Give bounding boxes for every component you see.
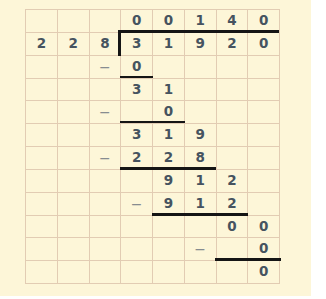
grid-cell-r5c6 <box>185 101 217 124</box>
grid-cell-r7c2 <box>58 147 90 170</box>
grid-cell-r6c8 <box>248 124 280 147</box>
grid-cell-r4c8 <box>248 79 280 102</box>
grid-cell-r6c3 <box>90 124 122 147</box>
grid-cell-r4c2 <box>58 79 90 102</box>
grid-cell-r10c5 <box>153 216 185 239</box>
grid-cell-r2c2: 2 <box>58 33 90 56</box>
grid-cell-r7c8 <box>248 147 280 170</box>
grid-cell-r12c7 <box>217 261 249 284</box>
grid-cell-r5c1 <box>26 101 58 124</box>
grid-cell-r12c4 <box>121 261 153 284</box>
grid-cell-r3c3: − <box>90 56 122 79</box>
division-grid: 0014022831920−031−0319−228912−91200−00 <box>25 9 280 284</box>
grid-cell-r4c3 <box>90 79 122 102</box>
grid-cell-r3c2 <box>58 56 90 79</box>
grid-cell-r8c2 <box>58 170 90 193</box>
grid-cell-r2c4: 3 <box>121 33 153 56</box>
grid-cell-r2c1: 2 <box>26 33 58 56</box>
grid-cell-r10c2 <box>58 216 90 239</box>
grid-cell-r3c5 <box>153 56 185 79</box>
grid-cell-r5c7 <box>217 101 249 124</box>
grid-cell-r11c4 <box>121 238 153 261</box>
division-bracket-vertical-line <box>118 30 121 56</box>
grid-cell-r9c3 <box>90 193 122 216</box>
grid-cell-r2c3: 8 <box>90 33 122 56</box>
grid-cell-r8c4 <box>121 170 153 193</box>
grid-cell-r11c6: − <box>185 238 217 261</box>
grid-cell-r8c3 <box>90 170 122 193</box>
grid-cell-r11c3 <box>90 238 122 261</box>
grid-cell-r2c8: 0 <box>248 33 280 56</box>
grid-cell-r9c1 <box>26 193 58 216</box>
grid-cell-r12c2 <box>58 261 90 284</box>
grid-cell-r11c5 <box>153 238 185 261</box>
grid-cell-r12c1 <box>26 261 58 284</box>
subtraction-underline-step3 <box>120 167 216 170</box>
grid-cell-r3c1 <box>26 56 58 79</box>
grid-cell-r10c3 <box>90 216 122 239</box>
grid-cell-r4c4: 3 <box>121 79 153 102</box>
grid-cell-r6c2 <box>58 124 90 147</box>
grid-cell-r2c7: 2 <box>217 33 249 56</box>
grid-cell-r3c8 <box>248 56 280 79</box>
grid-cell-r7c3: − <box>90 147 122 170</box>
grid-cell-r1c1 <box>26 10 58 33</box>
grid-cell-r5c8 <box>248 101 280 124</box>
subtraction-underline-step2 <box>120 121 185 123</box>
grid-cell-r2c6: 9 <box>185 33 217 56</box>
grid-cell-r10c6 <box>185 216 217 239</box>
grid-cell-r8c6: 1 <box>185 170 217 193</box>
grid-cell-r7c7 <box>217 147 249 170</box>
subtraction-underline-step1 <box>120 76 153 78</box>
grid-cell-r2c5: 1 <box>153 33 185 56</box>
grid-cell-r11c2 <box>58 238 90 261</box>
grid-cell-r3c7 <box>217 56 249 79</box>
grid-cell-r12c3 <box>90 261 122 284</box>
grid-cell-r5c2 <box>58 101 90 124</box>
grid-cell-r4c1 <box>26 79 58 102</box>
grid-cell-r3c6 <box>185 56 217 79</box>
grid-cell-r8c5: 9 <box>153 170 185 193</box>
grid-cell-r6c1 <box>26 124 58 147</box>
grid-cell-r12c5 <box>153 261 185 284</box>
grid-cell-r8c7: 2 <box>217 170 249 193</box>
grid-cell-r9c8 <box>248 193 280 216</box>
subtraction-underline-step5 <box>215 258 281 261</box>
grid-cell-r6c6: 9 <box>185 124 217 147</box>
grid-cell-r12c6 <box>185 261 217 284</box>
grid-cell-r1c2 <box>58 10 90 33</box>
grid-cell-r4c5: 1 <box>153 79 185 102</box>
grid-cell-r4c7 <box>217 79 249 102</box>
grid-cell-r6c5: 1 <box>153 124 185 147</box>
grid-cell-r10c1 <box>26 216 58 239</box>
grid-cell-r6c7 <box>217 124 249 147</box>
grid-cell-r1c3 <box>90 10 122 33</box>
grid-cell-r9c2 <box>58 193 90 216</box>
grid-cell-r11c1 <box>26 238 58 261</box>
worksheet-canvas: 0014022831920−031−0319−228912−91200−00 <box>0 0 311 296</box>
grid-cell-r4c6 <box>185 79 217 102</box>
grid-cell-r8c1 <box>26 170 58 193</box>
grid-cell-r8c8 <box>248 170 280 193</box>
grid-cell-r7c1 <box>26 147 58 170</box>
grid-cell-r10c8: 0 <box>248 216 280 239</box>
grid-cell-r5c3: − <box>90 101 122 124</box>
grid-cell-r10c7: 0 <box>217 216 249 239</box>
grid-cell-r10c4 <box>121 216 153 239</box>
division-bracket-horizontal-line <box>118 30 279 33</box>
grid-cell-r6c4: 3 <box>121 124 153 147</box>
subtraction-underline-step4 <box>152 213 248 216</box>
grid-cell-r9c4: − <box>121 193 153 216</box>
grid-cell-r12c8: 0 <box>248 261 280 284</box>
